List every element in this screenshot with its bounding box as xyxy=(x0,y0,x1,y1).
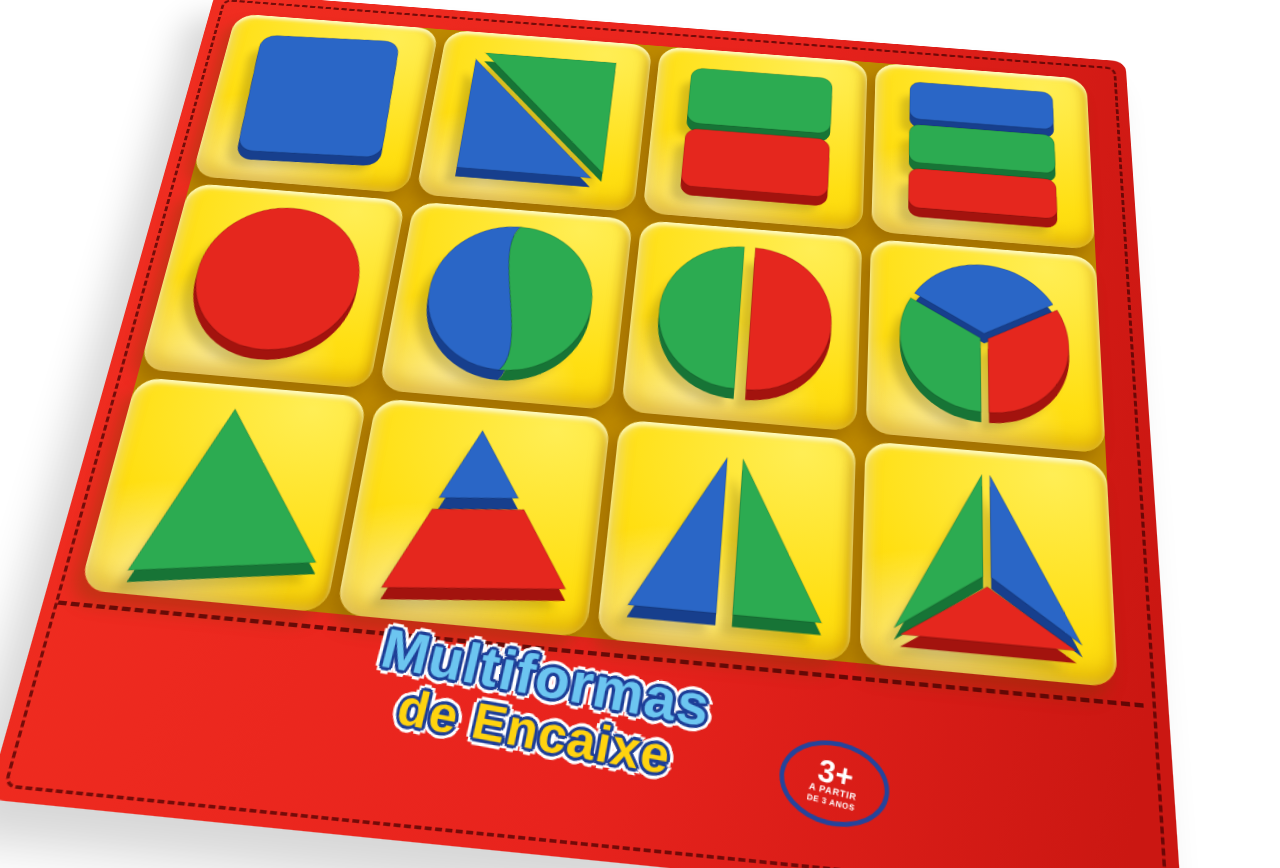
block-r3c2[interactable] xyxy=(335,398,610,638)
shape-r3c1-triangle xyxy=(105,388,344,594)
shape-r2c1-circle xyxy=(164,194,385,373)
shape-r3c2-triangle xyxy=(361,410,588,619)
block-r2c1[interactable] xyxy=(139,183,405,388)
shape-r1c1-square xyxy=(214,22,419,179)
block-r1c4[interactable] xyxy=(871,63,1095,250)
piece-r3c3-right-green[interactable] xyxy=(733,458,828,622)
block-r3c3[interactable] xyxy=(596,419,857,662)
toy-box-tray: Multiformas de Encaixe 3+ A PARTIR DE 3 … xyxy=(0,0,1183,868)
piece-r1c3-bottom-red[interactable] xyxy=(681,128,830,197)
shape-r1c2-square xyxy=(437,39,632,198)
piece-r3c3-left-blue[interactable] xyxy=(628,450,728,613)
block-r2c4[interactable] xyxy=(866,239,1106,453)
block-r2c2[interactable] xyxy=(378,202,632,410)
block-r3c4[interactable] xyxy=(860,441,1118,688)
shape-r1c3-square xyxy=(663,55,849,217)
piece-r3c1-triangle-green[interactable] xyxy=(128,405,324,570)
piece-r1c1-square-blue[interactable] xyxy=(237,35,400,158)
age-badge: 3+ A PARTIR DE 3 ANOS xyxy=(772,730,895,839)
shape-r2c2-circle xyxy=(402,212,612,394)
blocks-grid xyxy=(79,13,1118,687)
product-photo: Multiformas de Encaixe 3+ A PARTIR DE 3 … xyxy=(0,0,1280,868)
shape-r2c3-circle xyxy=(643,231,842,415)
block-r1c3[interactable] xyxy=(642,46,868,231)
shape-r3c3-triangle xyxy=(620,431,835,643)
block-r1c1[interactable] xyxy=(192,13,439,193)
block-r2c3[interactable] xyxy=(620,220,862,431)
block-r1c2[interactable] xyxy=(415,30,652,213)
shape-r2c4-circle xyxy=(888,250,1084,437)
piece-r3c2-bottom-red[interactable] xyxy=(381,508,568,588)
piece-r3c2-top-blue[interactable] xyxy=(438,430,521,498)
shape-r1c4-square xyxy=(892,72,1075,236)
piece-r1c3-top-green[interactable] xyxy=(687,68,833,134)
piece-r2c3-right-red[interactable] xyxy=(746,248,834,397)
block-r3c1[interactable] xyxy=(79,377,367,613)
shape-r3c4-triangle xyxy=(883,453,1094,669)
